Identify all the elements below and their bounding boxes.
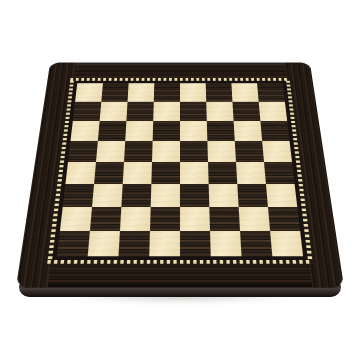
square-a5[interactable] [68, 141, 98, 162]
square-h6[interactable] [260, 121, 289, 141]
square-f6[interactable] [207, 121, 235, 141]
square-h8[interactable] [257, 83, 285, 101]
square-d4[interactable] [151, 162, 180, 184]
square-c5[interactable] [124, 141, 153, 162]
square-f2[interactable] [209, 207, 240, 231]
square-e4[interactable] [180, 162, 209, 184]
square-d1[interactable] [149, 231, 180, 256]
square-a1[interactable] [57, 231, 90, 256]
square-a4[interactable] [65, 162, 96, 184]
square-b7[interactable] [100, 102, 128, 121]
square-e3[interactable] [180, 184, 209, 207]
square-b8[interactable] [101, 83, 128, 101]
square-h4[interactable] [264, 162, 295, 184]
square-b1[interactable] [88, 231, 120, 256]
square-d2[interactable] [150, 207, 180, 231]
square-g2[interactable] [239, 207, 270, 231]
square-b4[interactable] [94, 162, 124, 184]
square-f1[interactable] [210, 231, 242, 256]
chess-board [16, 63, 344, 288]
square-d3[interactable] [151, 184, 180, 207]
square-h1[interactable] [270, 231, 303, 256]
product-photo-stage [0, 0, 360, 360]
inlay-trim-bottom [47, 260, 313, 264]
square-b3[interactable] [92, 184, 123, 207]
square-f3[interactable] [209, 184, 239, 207]
square-g1[interactable] [240, 231, 272, 256]
square-f7[interactable] [206, 102, 233, 121]
square-h5[interactable] [262, 141, 292, 162]
inner-ebony-band [52, 81, 308, 260]
square-g8[interactable] [231, 83, 258, 101]
square-a8[interactable] [75, 83, 103, 101]
square-c3[interactable] [121, 184, 151, 207]
square-e1[interactable] [180, 231, 211, 256]
square-c4[interactable] [123, 162, 152, 184]
square-b2[interactable] [90, 207, 121, 231]
square-c8[interactable] [128, 83, 155, 101]
square-h2[interactable] [268, 207, 300, 231]
square-e7[interactable] [180, 102, 207, 121]
square-g6[interactable] [234, 121, 263, 141]
square-d7[interactable] [153, 102, 180, 121]
square-e5[interactable] [180, 141, 208, 162]
board-grid [57, 83, 303, 256]
square-b5[interactable] [96, 141, 125, 162]
square-e2[interactable] [180, 207, 210, 231]
square-g3[interactable] [237, 184, 268, 207]
square-c6[interactable] [125, 121, 153, 141]
square-d6[interactable] [153, 121, 180, 141]
square-c7[interactable] [126, 102, 153, 121]
square-c1[interactable] [118, 231, 150, 256]
square-d5[interactable] [152, 141, 180, 162]
square-e8[interactable] [180, 83, 206, 101]
square-b6[interactable] [98, 121, 127, 141]
square-a7[interactable] [73, 102, 101, 121]
square-e6[interactable] [180, 121, 207, 141]
square-h3[interactable] [266, 184, 297, 207]
square-f4[interactable] [208, 162, 237, 184]
square-f8[interactable] [206, 83, 233, 101]
square-a2[interactable] [60, 207, 92, 231]
square-a3[interactable] [63, 184, 94, 207]
square-h7[interactable] [259, 102, 287, 121]
square-g5[interactable] [235, 141, 264, 162]
square-f5[interactable] [207, 141, 236, 162]
square-g4[interactable] [236, 162, 266, 184]
square-g7[interactable] [232, 102, 260, 121]
square-d8[interactable] [154, 83, 180, 101]
square-a6[interactable] [70, 121, 99, 141]
playing-area [47, 78, 313, 264]
perspective-scene [0, 0, 360, 360]
square-c2[interactable] [120, 207, 151, 231]
